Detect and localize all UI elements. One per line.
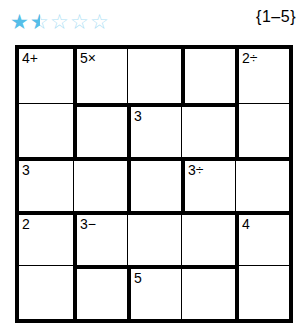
cell-r3c3[interactable] bbox=[127, 157, 181, 211]
cell-r1c3[interactable] bbox=[127, 49, 181, 103]
cell-r4c4[interactable] bbox=[181, 211, 235, 265]
cell-r2c5[interactable] bbox=[235, 103, 289, 157]
cell-r5c2[interactable] bbox=[73, 265, 127, 319]
cage-clue: 3 bbox=[134, 109, 142, 123]
cell-r1c5[interactable]: 2÷ bbox=[235, 49, 289, 103]
difficulty-stars: ★☆★☆☆☆ bbox=[9, 11, 109, 33]
cell-r3c1[interactable]: 3 bbox=[19, 157, 73, 211]
cell-r3c2[interactable] bbox=[73, 157, 127, 211]
star-icon-half: ☆★ bbox=[29, 11, 49, 33]
star-icon-empty: ☆ bbox=[89, 11, 109, 33]
cell-r1c1[interactable]: 4+ bbox=[19, 49, 73, 103]
cell-r3c5[interactable] bbox=[235, 157, 289, 211]
cell-r2c2[interactable] bbox=[73, 103, 127, 157]
cell-r2c4[interactable] bbox=[181, 103, 235, 157]
tomtom-board: 4+5×2÷333÷23−45 bbox=[15, 45, 293, 323]
cell-r2c1[interactable] bbox=[19, 103, 73, 157]
cage-clue: 5 bbox=[134, 271, 142, 285]
cage-clue: 4 bbox=[242, 217, 250, 231]
cell-r5c4[interactable] bbox=[181, 265, 235, 319]
cage-clue: 3÷ bbox=[188, 163, 203, 177]
star-icon-filled: ★ bbox=[9, 11, 29, 33]
cell-r1c4[interactable] bbox=[181, 49, 235, 103]
tomtom-puzzle-page: { "game": "TomTom (KenKen / Calcudoku va… bbox=[0, 0, 305, 332]
star-icon-empty: ☆ bbox=[49, 11, 69, 33]
cell-r4c2[interactable]: 3− bbox=[73, 211, 127, 265]
star-icon-empty: ☆ bbox=[69, 11, 89, 33]
cell-r4c1[interactable]: 2 bbox=[19, 211, 73, 265]
cell-r5c5[interactable] bbox=[235, 265, 289, 319]
cell-r5c3[interactable]: 5 bbox=[127, 265, 181, 319]
value-range-label: {1–5} bbox=[256, 8, 296, 26]
cell-r3c4[interactable]: 3÷ bbox=[181, 157, 235, 211]
cell-r1c2[interactable]: 5× bbox=[73, 49, 127, 103]
puzzle-header: ★☆★☆☆☆ {1–5} bbox=[0, 0, 305, 42]
cage-clue: 3 bbox=[22, 163, 30, 177]
cage-clue: 4+ bbox=[22, 51, 38, 65]
cage-clue: 5× bbox=[80, 51, 96, 65]
cell-r4c3[interactable] bbox=[127, 211, 181, 265]
cage-clue: 2 bbox=[22, 217, 30, 231]
cage-clue: 2÷ bbox=[242, 51, 257, 65]
star-half-fill-glyph: ★ bbox=[29, 11, 40, 33]
cell-r2c3[interactable]: 3 bbox=[127, 103, 181, 157]
star-half-fill: ★ bbox=[29, 11, 40, 33]
cage-clue: 3− bbox=[80, 217, 96, 231]
cell-r4c5[interactable]: 4 bbox=[235, 211, 289, 265]
cell-r5c1[interactable] bbox=[19, 265, 73, 319]
